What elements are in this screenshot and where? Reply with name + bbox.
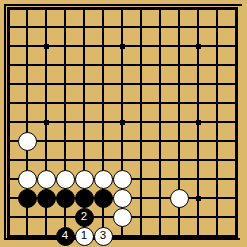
black-stone[interactable] bbox=[18, 189, 37, 208]
stone-layer[interactable]: 1234 bbox=[0, 0, 246, 246]
white-stone[interactable] bbox=[18, 132, 37, 151]
move-2-stone[interactable]: 2 bbox=[75, 208, 94, 227]
white-stone[interactable] bbox=[113, 170, 132, 189]
white-stone[interactable] bbox=[113, 189, 132, 208]
white-stone[interactable] bbox=[94, 170, 113, 189]
black-stone[interactable] bbox=[94, 189, 113, 208]
move-3-stone[interactable]: 3 bbox=[94, 227, 113, 246]
move-1-stone[interactable]: 1 bbox=[75, 227, 94, 246]
move-4-stone[interactable]: 4 bbox=[56, 227, 75, 246]
black-stone[interactable] bbox=[56, 189, 75, 208]
white-stone[interactable] bbox=[75, 170, 94, 189]
white-stone[interactable] bbox=[56, 170, 75, 189]
black-stone[interactable] bbox=[37, 189, 56, 208]
white-stone[interactable] bbox=[170, 189, 189, 208]
black-stone[interactable] bbox=[75, 189, 94, 208]
go-board-diagram: 1234 bbox=[0, 0, 247, 247]
white-stone[interactable] bbox=[18, 170, 37, 189]
white-stone[interactable] bbox=[113, 208, 132, 227]
white-stone[interactable] bbox=[37, 170, 56, 189]
